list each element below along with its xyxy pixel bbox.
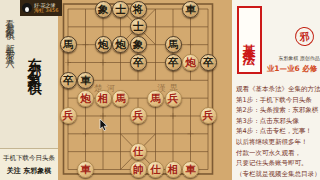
piece-red-帥-f4r9[interactable]: 帥: [130, 161, 147, 178]
piece-black-卒-f4r3[interactable]: 卒: [130, 54, 147, 71]
piece-glyph: 象: [133, 36, 144, 53]
piece-glyph: 兵: [133, 107, 144, 124]
step-line-6: 以后将继续更新很多年！: [236, 137, 320, 148]
piece-glyph: 馬: [63, 36, 74, 53]
piece-red-仕-f4r8[interactable]: 仕: [130, 143, 147, 160]
step-line-9: （专栏就是视频全集总目录）: [236, 169, 320, 180]
piece-red-兵-f0r6[interactable]: 兵: [60, 107, 77, 124]
piece-black-卒-f6r3[interactable]: 卒: [165, 54, 182, 71]
piece-glyph: 士: [133, 18, 144, 35]
seal-char: 邪: [299, 29, 311, 44]
piece-glyph: 卒: [203, 54, 214, 71]
piece-glyph: 相: [98, 90, 109, 107]
piece-black-車-f7r0[interactable]: 車: [182, 1, 199, 18]
piece-black-車-f1r4[interactable]: 車: [77, 72, 94, 89]
piece-black-象-f2r0[interactable]: 象: [95, 1, 112, 18]
headline: 基本杀法: [242, 34, 257, 46]
piece-glyph: 卒: [168, 54, 179, 71]
channel-title: 东邪象棋: [27, 46, 43, 78]
piece-glyph: 士: [115, 1, 126, 18]
tagline-bottom: 新手秒变业六: [3, 36, 16, 54]
piece-red-兵-f6r5[interactable]: 兵: [165, 90, 182, 107]
piece-glyph: 車: [80, 161, 91, 178]
piece-glyph: 車: [185, 1, 196, 18]
piece-black-馬-f6r2[interactable]: 馬: [165, 36, 182, 53]
step-line-1: 观看《基本杀法》全集的方法: [236, 84, 320, 95]
piece-red-兵-f4r6[interactable]: 兵: [130, 107, 147, 124]
piece-glyph: 卒: [133, 54, 144, 71]
badge-text: 好·花之缘 海虹 3456: [34, 3, 58, 13]
footer-line1: 手机下载今日头条: [0, 154, 58, 163]
piece-red-相-f2r5[interactable]: 相: [95, 90, 112, 107]
step-line-8: 只要记住头条账号即可。: [236, 158, 320, 169]
step-line-2: 第1步：手机下载今日头条: [236, 95, 320, 106]
step-line-5: 第4步：点击专栏，完事！: [236, 126, 320, 137]
steps-list: 观看《基本杀法》全集的方法第1步：手机下载今日头条第2步：头条搜索：东邪象棋第3…: [236, 84, 320, 179]
xiangqi-board[interactable]: 楚河 漢界 象士将車士馬炮炮象馬卒卒炮卒卒車炮相馬馬兵兵兵兵仕車帥仕相車: [58, 0, 232, 180]
piece-glyph: 炮: [80, 90, 91, 107]
piece-black-士-f4r1[interactable]: 士: [130, 18, 147, 35]
step-line-4: 第3步：点击东邪头像: [236, 116, 320, 127]
tagline: 看东邪象棋 新手秒变业六: [3, 12, 16, 150]
user-badge: 好·花之缘 海虹 3456: [20, 0, 62, 16]
headline-box: 基本杀法: [237, 6, 262, 74]
piece-red-兵-f8r6[interactable]: 兵: [200, 107, 217, 124]
mouse-cursor: [99, 119, 109, 132]
piece-black-卒-f8r3[interactable]: 卒: [200, 54, 217, 71]
piece-black-卒-f0r4[interactable]: 卒: [60, 72, 77, 89]
avatar: [22, 3, 32, 13]
step-line-3: 第2步：头条搜索：东邪象棋: [236, 105, 320, 116]
piece-red-車-f7r9[interactable]: 車: [182, 161, 199, 178]
piece-glyph: 兵: [63, 107, 74, 124]
course-line: 业1—业6 必修: [264, 64, 320, 74]
left-footer: 手机下载今日头条 关注 东邪象棋: [0, 148, 58, 180]
piece-glyph: 馬: [150, 90, 161, 107]
piece-black-将-f4r0[interactable]: 将: [130, 1, 147, 18]
piece-black-炮-f2r2[interactable]: 炮: [95, 36, 112, 53]
piece-glyph: 馬: [115, 90, 126, 107]
right-panel: 基本杀法 邪 东邪象棋 原创作品 业1—业6 必修 观看《基本杀法》全集的方法第…: [232, 0, 320, 180]
piece-red-馬-f5r5[interactable]: 馬: [147, 90, 164, 107]
piece-red-車-f1r9[interactable]: 車: [77, 161, 94, 178]
piece-glyph: 仕: [133, 143, 144, 160]
piece-red-仕-f5r9[interactable]: 仕: [147, 161, 164, 178]
piece-black-馬-f0r2[interactable]: 馬: [60, 36, 77, 53]
badge-line2: 海虹 3456: [34, 8, 58, 13]
piece-glyph: 象: [98, 1, 109, 18]
seal-stamp: 邪: [294, 26, 315, 47]
piece-glyph: 相: [168, 161, 179, 178]
credit-line: 东邪象棋 原创作品: [278, 55, 320, 61]
piece-glyph: 炮: [115, 36, 126, 53]
piece-glyph: 兵: [168, 90, 179, 107]
piece-red-炮-f7r3[interactable]: 炮: [182, 54, 199, 71]
piece-red-炮-f1r5[interactable]: 炮: [77, 90, 94, 107]
footer-line2: 关注 东邪象棋: [0, 166, 58, 176]
piece-glyph: 炮: [98, 36, 109, 53]
left-panel: 看东邪象棋 新手秒变业六 东邪象棋 手机下载今日头条 关注 东邪象棋: [0, 0, 59, 180]
piece-glyph: 馬: [168, 36, 179, 53]
piece-glyph: 卒: [63, 72, 74, 89]
piece-glyph: 仕: [150, 161, 161, 178]
piece-glyph: 車: [80, 72, 91, 89]
piece-glyph: 将: [133, 1, 144, 18]
piece-black-士-f3r0[interactable]: 士: [112, 1, 129, 18]
step-line-7: 付款一次可永久观看，: [236, 148, 320, 159]
piece-red-相-f6r9[interactable]: 相: [165, 161, 182, 178]
piece-glyph: 兵: [203, 107, 214, 124]
piece-black-象-f4r2[interactable]: 象: [130, 36, 147, 53]
piece-glyph: 帥: [133, 161, 144, 178]
piece-glyph: 炮: [185, 54, 196, 71]
piece-red-馬-f3r5[interactable]: 馬: [112, 90, 129, 107]
tagline-top: 看东邪象棋: [3, 12, 16, 27]
piece-glyph: 車: [185, 161, 196, 178]
video-thumbnail: 看东邪象棋 新手秒变业六 东邪象棋 手机下载今日头条 关注 东邪象棋 好·花之缘…: [0, 0, 320, 180]
